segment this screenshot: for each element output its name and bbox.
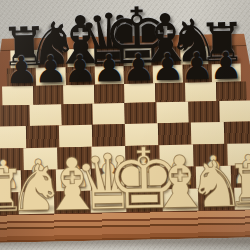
square-d5[interactable]: [93, 103, 125, 125]
piece-black-pawn-h7[interactable]: ♟: [209, 47, 243, 85]
pieces-layer: ♜♞♝♛♚♝♞♜♟♟♟♟♟♟♟♟♟♟♟♟♟♟♟♟♜♞♝♛♚♝♞♜: [0, 0, 247, 3]
square-e5[interactable]: [124, 102, 156, 124]
piece-white-rook-h1[interactable]: ♜: [226, 156, 250, 215]
square-a4[interactable]: [0, 126, 26, 149]
square-h4[interactable]: [224, 121, 250, 144]
square-a5[interactable]: [0, 105, 30, 127]
board-world: ♜♞♝♛♚♝♞♜♟♟♟♟♟♟♟♟♟♟♟♟♟♟♟♟♜♞♝♛♚♝♞♜: [0, 0, 250, 250]
square-b5[interactable]: [29, 104, 61, 126]
square-g5[interactable]: [188, 101, 220, 123]
square-f5[interactable]: [156, 102, 188, 124]
photo-chess-scene: ♜♞♝♛♚♝♞♜♟♟♟♟♟♟♟♟♟♟♟♟♟♟♟♟♜♞♝♛♚♝♞♜: [0, 0, 250, 250]
square-h5[interactable]: [220, 100, 250, 122]
square-c5[interactable]: [61, 104, 93, 126]
